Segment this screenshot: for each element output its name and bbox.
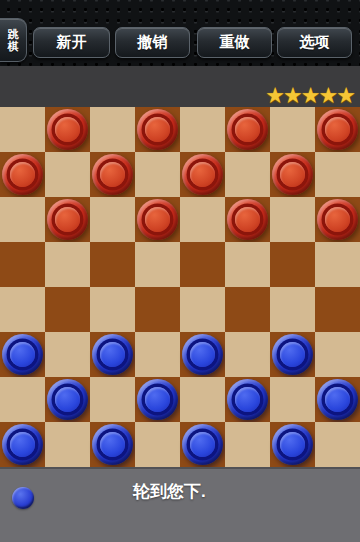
star-icon: ★ [336,83,354,108]
blue-piece[interactable] [227,379,268,420]
checkers-app: 跳棋 新开 撤销 重做 选项 ★★★★★ 轮到您下. [0,0,360,542]
square-r6c4 [180,377,225,422]
square-r0c0 [0,107,45,152]
red-piece[interactable] [227,109,268,150]
square-r2c6 [270,197,315,242]
square-r2c5[interactable] [225,197,270,242]
square-r4c3[interactable] [135,287,180,332]
undo-button[interactable]: 撤销 [115,27,190,58]
blue-piece[interactable] [92,334,133,375]
blue-piece[interactable] [137,379,178,420]
new-game-button[interactable]: 新开 [33,27,110,58]
square-r2c2 [90,197,135,242]
red-piece[interactable] [47,109,88,150]
menu-tab-label: 跳棋 [7,28,19,52]
square-r5c1 [45,332,90,377]
square-r3c6[interactable] [270,242,315,287]
blue-piece[interactable] [2,424,43,465]
redo-button[interactable]: 重做 [197,27,272,58]
red-piece[interactable] [92,154,133,195]
square-r7c5 [225,422,270,467]
turn-text: 轮到您下. [133,480,206,503]
square-r3c2[interactable] [90,242,135,287]
square-r7c3 [135,422,180,467]
square-r4c6 [270,287,315,332]
square-r6c0 [0,377,45,422]
red-piece[interactable] [47,199,88,240]
blue-piece[interactable] [182,334,223,375]
star-icon: ★ [265,83,283,108]
square-r6c6 [270,377,315,422]
square-r1c6[interactable] [270,152,315,197]
square-r4c2 [90,287,135,332]
square-r3c3 [135,242,180,287]
star-icon: ★ [301,83,319,108]
red-piece[interactable] [272,154,313,195]
red-piece[interactable] [227,199,268,240]
square-r0c4 [180,107,225,152]
red-piece[interactable] [317,199,358,240]
square-r5c0[interactable] [0,332,45,377]
square-r0c1[interactable] [45,107,90,152]
square-r3c7 [315,242,360,287]
red-piece[interactable] [182,154,223,195]
square-r1c3 [135,152,180,197]
blue-piece[interactable] [272,334,313,375]
square-r0c5[interactable] [225,107,270,152]
square-r0c7[interactable] [315,107,360,152]
square-r0c3[interactable] [135,107,180,152]
square-r7c2[interactable] [90,422,135,467]
blue-piece[interactable] [182,424,223,465]
square-r5c7 [315,332,360,377]
red-piece[interactable] [137,109,178,150]
square-r5c4[interactable] [180,332,225,377]
square-r6c5[interactable] [225,377,270,422]
square-r4c5[interactable] [225,287,270,332]
turn-indicator-piece-icon [12,487,34,509]
square-r6c2 [90,377,135,422]
square-r4c1[interactable] [45,287,90,332]
star-icon: ★ [319,83,337,108]
square-r5c2[interactable] [90,332,135,377]
square-r4c4 [180,287,225,332]
status-bar [0,467,360,542]
square-r2c4 [180,197,225,242]
square-r7c0[interactable] [0,422,45,467]
square-r3c0[interactable] [0,242,45,287]
square-r2c7[interactable] [315,197,360,242]
square-r2c3[interactable] [135,197,180,242]
difficulty-stars: ★★★★★ [265,84,354,108]
blue-piece[interactable] [317,379,358,420]
blue-piece[interactable] [2,334,43,375]
square-r0c6 [270,107,315,152]
square-r7c7 [315,422,360,467]
square-r7c4[interactable] [180,422,225,467]
red-piece[interactable] [2,154,43,195]
blue-piece[interactable] [272,424,313,465]
rating-strip: ★★★★★ [0,66,360,107]
square-r2c1[interactable] [45,197,90,242]
red-piece[interactable] [137,199,178,240]
square-r4c0 [0,287,45,332]
square-r3c1 [45,242,90,287]
square-r3c4[interactable] [180,242,225,287]
square-r6c3[interactable] [135,377,180,422]
square-r5c6[interactable] [270,332,315,377]
square-r7c6[interactable] [270,422,315,467]
square-r2c0 [0,197,45,242]
star-icon: ★ [283,83,301,108]
square-r0c2 [90,107,135,152]
square-r5c3 [135,332,180,377]
square-r6c1[interactable] [45,377,90,422]
square-r1c0[interactable] [0,152,45,197]
blue-piece[interactable] [47,379,88,420]
square-r5c5 [225,332,270,377]
toolbar: 跳棋 新开 撤销 重做 选项 [0,0,360,66]
square-r6c7[interactable] [315,377,360,422]
menu-tab[interactable]: 跳棋 [0,18,27,62]
square-r1c7 [315,152,360,197]
square-r1c5 [225,152,270,197]
blue-piece[interactable] [92,424,133,465]
red-piece[interactable] [317,109,358,150]
options-button[interactable]: 选项 [277,27,352,58]
board [0,107,360,467]
square-r1c4[interactable] [180,152,225,197]
square-r1c2[interactable] [90,152,135,197]
square-r7c1 [45,422,90,467]
square-r3c5 [225,242,270,287]
square-r4c7[interactable] [315,287,360,332]
square-r1c1 [45,152,90,197]
